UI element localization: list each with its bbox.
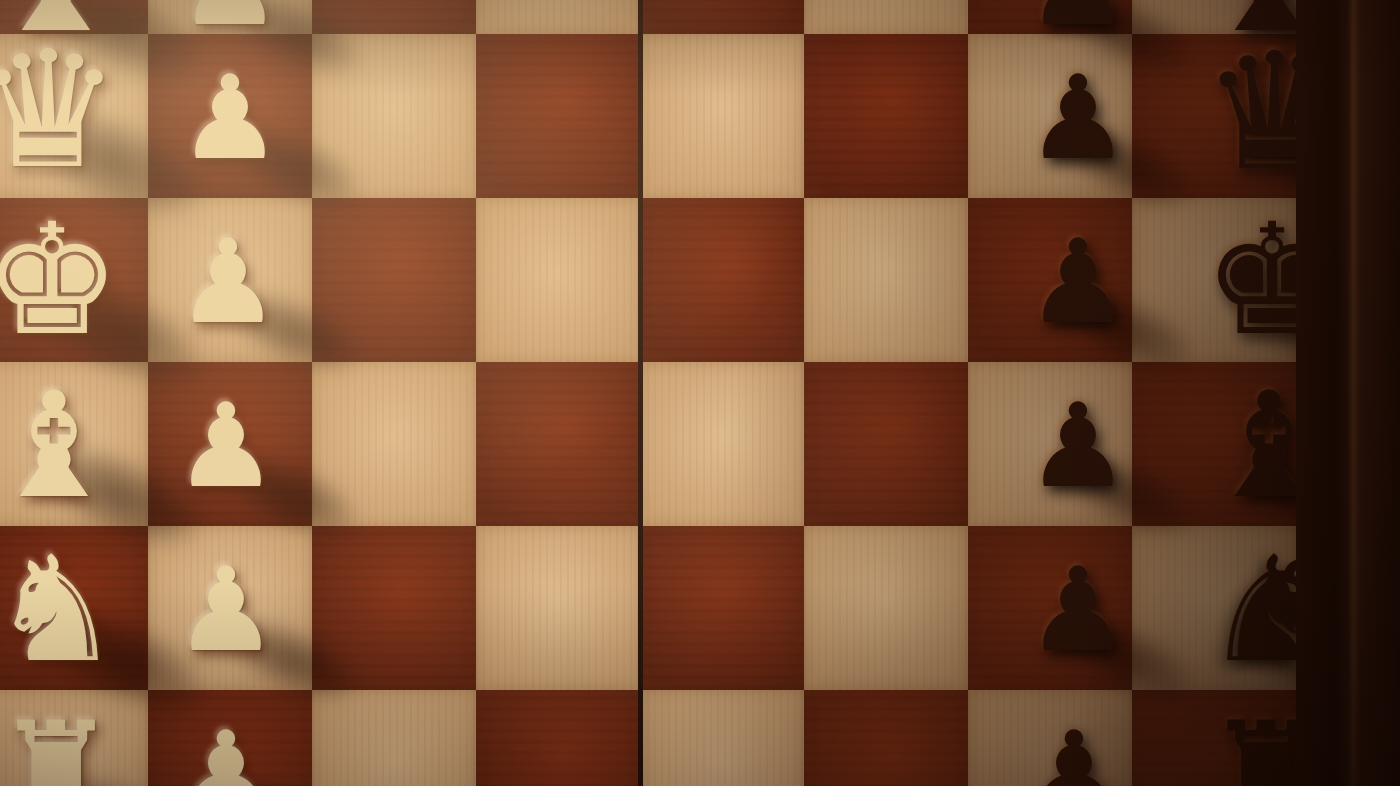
piece-white-pawn-h2: ♟ (174, 716, 278, 786)
piece-white-pawn-g2: ♟ (174, 552, 278, 668)
square-g4 (476, 526, 640, 690)
square-e6 (804, 198, 968, 362)
square-d5 (640, 34, 804, 198)
piece-white-pawn-f2: ♟ (174, 388, 278, 504)
piece-white-pawn-d2: ♟ (178, 60, 282, 176)
square-g6 (804, 526, 968, 690)
square-e4 (476, 198, 640, 362)
square-e5 (640, 198, 804, 362)
square-c6 (804, 0, 968, 34)
piece-black-pawn-f7: ♟ (1026, 388, 1130, 504)
square-h3 (312, 690, 476, 786)
piece-white-queen-d1: ♛ (0, 29, 121, 191)
square-g5 (640, 526, 804, 690)
piece-white-king-e1: ♚ (0, 203, 121, 357)
piece-black-pawn-e7: ♟ (1026, 224, 1130, 340)
board-fold-seam (638, 0, 643, 786)
square-f6 (804, 362, 968, 526)
chessboard-overhead-photo: ♝♛♚♝♞♜♟♟♟♟♟♟♟♟♟♟♟♟♝♛♚♝♞♜ (0, 0, 1400, 786)
square-d4 (476, 34, 640, 198)
square-c5 (640, 0, 804, 34)
square-f5 (640, 362, 804, 526)
square-c4 (476, 0, 640, 34)
piece-white-pawn-e2: ♟ (176, 224, 280, 340)
piece-white-bishop-f1: ♝ (0, 372, 119, 518)
piece-white-rook-h1: ♜ (0, 704, 118, 786)
square-h4 (476, 690, 640, 786)
piece-black-pawn-c7: ♟ (1026, 0, 1130, 42)
piece-white-knight-g1: ♞ (0, 536, 121, 682)
piece-black-pawn-g7: ♟ (1026, 552, 1130, 668)
square-h5 (640, 690, 804, 786)
square-f4 (476, 362, 640, 526)
piece-black-pawn-d7: ♟ (1026, 60, 1130, 176)
piece-white-pawn-c2: ♟ (178, 0, 282, 42)
board-grid: ♝♛♚♝♞♜♟♟♟♟♟♟♟♟♟♟♟♟♝♛♚♝♞♜ (0, 0, 1296, 786)
piece-black-pawn-h7: ♟ (1022, 716, 1126, 786)
square-h6 (804, 690, 968, 786)
board-frame-edge (1296, 0, 1400, 786)
square-d6 (804, 34, 968, 198)
